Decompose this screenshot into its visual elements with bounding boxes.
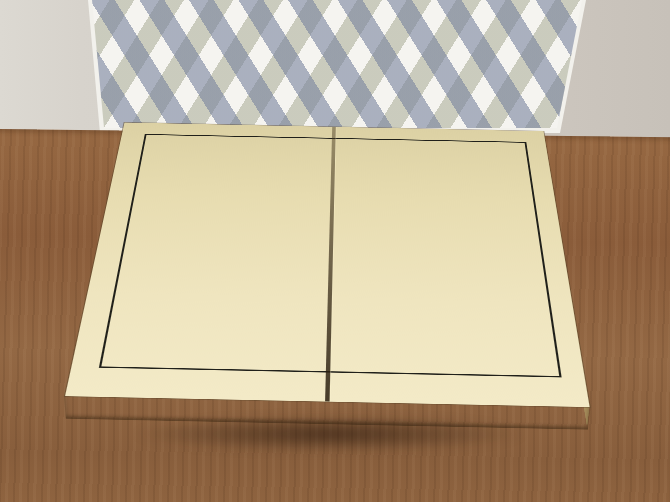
scene xyxy=(0,0,670,502)
chess-board xyxy=(65,123,590,408)
board-right-edge xyxy=(542,131,590,428)
board-top-surface xyxy=(65,123,590,408)
board-front-edge xyxy=(64,396,591,430)
photo-stage xyxy=(0,0,670,502)
